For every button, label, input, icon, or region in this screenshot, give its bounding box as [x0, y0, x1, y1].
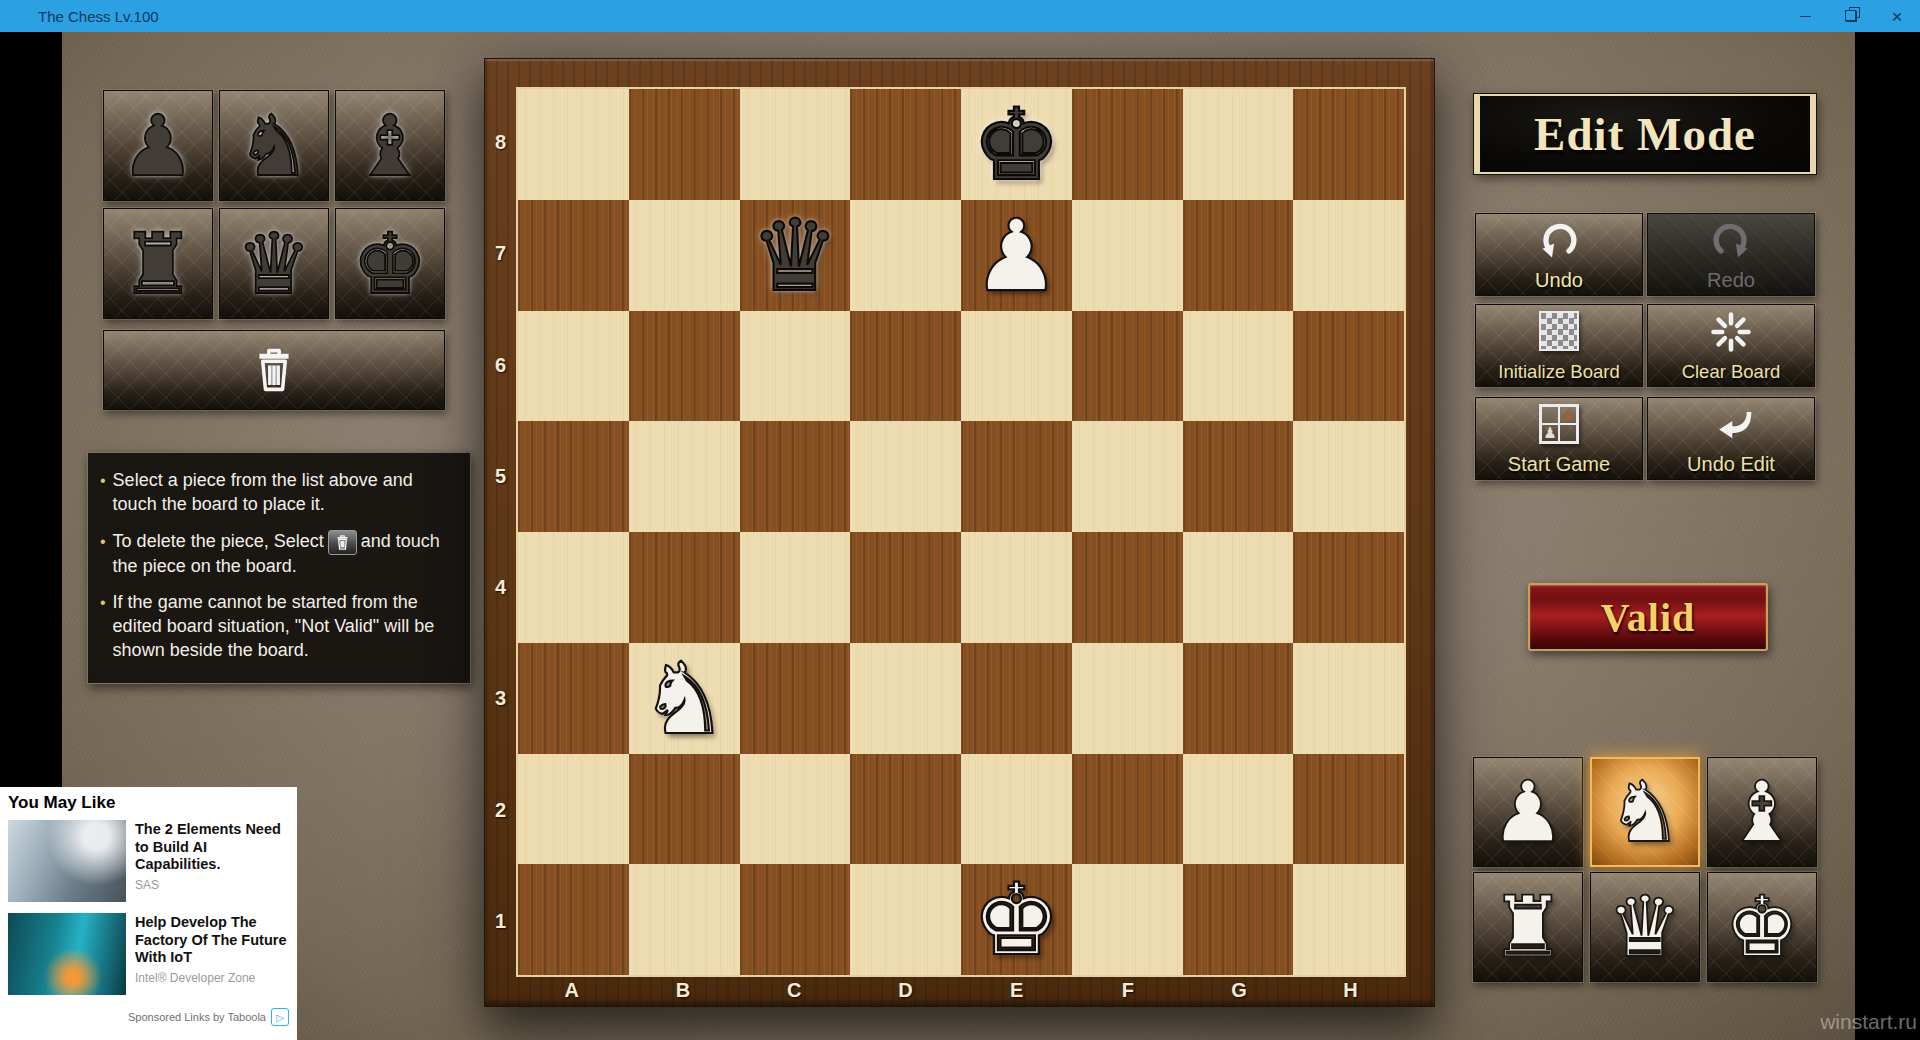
rank-label-6: 6 — [485, 310, 516, 421]
square-e2[interactable] — [961, 754, 1072, 865]
square-f8[interactable] — [1072, 89, 1183, 200]
square-g8[interactable] — [1183, 89, 1294, 200]
mode-title-plaque: Edit Mode — [1474, 94, 1816, 174]
black-knight-icon: ♞ — [236, 104, 311, 188]
square-b6[interactable] — [629, 311, 740, 422]
file-label-b: B — [627, 975, 738, 1006]
ad-title-2[interactable]: Help Develop The Factory Of The Future W… — [135, 914, 289, 967]
palette-black: ♟♞♝♜♛♚ — [103, 90, 445, 319]
ad-thumbnail-2[interactable] — [8, 913, 126, 995]
square-g3[interactable] — [1183, 643, 1294, 754]
ad-source-1: SAS — [135, 878, 289, 892]
instruction-line-3: • If the game cannot be started from the… — [100, 591, 456, 662]
window-title: The Chess Lv.100 — [38, 8, 159, 25]
square-c6[interactable] — [740, 311, 851, 422]
palette-white-rook[interactable]: ♜ — [1473, 872, 1583, 982]
undo-edit-button[interactable]: Undo Edit — [1647, 397, 1815, 480]
square-d8[interactable] — [850, 89, 961, 200]
square-d2[interactable] — [850, 754, 961, 865]
square-a8[interactable] — [518, 89, 629, 200]
square-e4[interactable] — [961, 532, 1072, 643]
palette-black-pawn[interactable]: ♟ — [103, 90, 213, 201]
black-king-icon: ♚ — [352, 222, 427, 306]
file-label-c: C — [739, 975, 850, 1006]
rank-label-8: 8 — [485, 87, 516, 198]
ad-item-1[interactable]: The 2 Elements Need to Build AI Capabili… — [8, 820, 289, 902]
square-g6[interactable] — [1183, 311, 1294, 422]
chess-board: ♚♛♟♞♚ 87654321 ABCDEFGH — [484, 58, 1435, 1007]
square-d6[interactable] — [850, 311, 961, 422]
square-f7[interactable] — [1072, 200, 1183, 311]
rank-label-1: 1 — [485, 866, 516, 977]
square-d3[interactable] — [850, 643, 961, 754]
black-rook-icon: ♜ — [120, 222, 195, 306]
ad-source-2: Intel® Developer Zone — [135, 971, 289, 985]
clear-board-icon — [1648, 311, 1814, 353]
square-a5[interactable] — [518, 421, 629, 532]
instructions-panel: • Select a piece from the list above and… — [87, 452, 471, 684]
square-g7[interactable] — [1183, 200, 1294, 311]
board-squares: ♚♛♟♞♚ — [516, 87, 1406, 977]
titlebar: The Chess Lv.100 × — [0, 0, 1920, 32]
square-a4[interactable] — [518, 532, 629, 643]
redo-icon — [1648, 220, 1814, 262]
undo-icon — [1476, 220, 1642, 262]
square-c7[interactable]: ♛ — [740, 200, 851, 311]
restore-button[interactable] — [1828, 0, 1874, 32]
validity-badge: Valid — [1528, 583, 1768, 651]
mode-title: Edit Mode — [1534, 107, 1756, 161]
trash-icon — [248, 345, 300, 395]
square-b7[interactable] — [629, 200, 740, 311]
palette-white: ♟♞♝♜♛♚ — [1473, 757, 1817, 982]
square-h8[interactable] — [1293, 89, 1404, 200]
square-e5[interactable] — [961, 421, 1072, 532]
square-h4[interactable] — [1293, 532, 1404, 643]
square-f1[interactable] — [1072, 864, 1183, 975]
palette-white-pawn[interactable]: ♟ — [1473, 757, 1583, 867]
rank-label-5: 5 — [485, 421, 516, 532]
piece-black-queen[interactable]: ♛ — [750, 206, 839, 305]
initialize-board-icon — [1476, 311, 1642, 351]
piece-white-knight[interactable]: ♞ — [640, 649, 729, 748]
white-bishop-icon: ♝ — [1724, 770, 1799, 854]
file-label-f: F — [1072, 975, 1183, 1006]
app-window: The Chess Lv.100 × ♟♞♝♜♛♚ • Select a pie… — [0, 0, 1920, 1040]
square-c2[interactable] — [740, 754, 851, 865]
square-a6[interactable] — [518, 311, 629, 422]
square-f6[interactable] — [1072, 311, 1183, 422]
square-e8[interactable]: ♚ — [961, 89, 1072, 200]
square-e3[interactable] — [961, 643, 1072, 754]
square-d5[interactable] — [850, 421, 961, 532]
minimize-button[interactable] — [1782, 0, 1828, 32]
square-e7[interactable]: ♟ — [961, 200, 1072, 311]
sponsored-links-label[interactable]: Sponsored Links by Taboola — [128, 1011, 266, 1023]
black-bishop-icon: ♝ — [352, 104, 427, 188]
ad-thumbnail-1[interactable] — [8, 820, 126, 902]
palette-black-king[interactable]: ♚ — [335, 208, 445, 319]
square-c4[interactable] — [740, 532, 851, 643]
rank-label-7: 7 — [485, 198, 516, 309]
square-a2[interactable] — [518, 754, 629, 865]
square-h6[interactable] — [1293, 311, 1404, 422]
square-b4[interactable] — [629, 532, 740, 643]
restore-icon — [1846, 11, 1857, 22]
file-label-d: D — [850, 975, 961, 1006]
instruction-text-3: If the game cannot be started from the e… — [113, 591, 456, 662]
taboola-icon[interactable]: ▷ — [271, 1008, 289, 1026]
square-f4[interactable] — [1072, 532, 1183, 643]
square-d7[interactable] — [850, 200, 961, 311]
instruction-line-1: • Select a piece from the list above and… — [100, 469, 456, 517]
square-g5[interactable] — [1183, 421, 1294, 532]
ad-item-2[interactable]: Help Develop The Factory Of The Future W… — [8, 913, 289, 995]
ad-header: You May Like — [8, 793, 289, 813]
bullet-icon: • — [100, 530, 106, 579]
ad-panel: You May Like The 2 Elements Need to Buil… — [0, 787, 297, 1040]
square-c8[interactable] — [740, 89, 851, 200]
palette-black-rook[interactable]: ♜ — [103, 208, 213, 319]
square-a3[interactable] — [518, 643, 629, 754]
piece-black-king[interactable]: ♚ — [972, 95, 1061, 194]
square-d1[interactable] — [850, 864, 961, 975]
square-f5[interactable] — [1072, 421, 1183, 532]
palette-black-queen[interactable]: ♛ — [219, 208, 329, 319]
window-controls: × — [1782, 0, 1920, 32]
black-queen-icon: ♛ — [236, 222, 311, 306]
palette-white-knight[interactable]: ♞ — [1590, 757, 1700, 867]
instruction-text-2: To delete the piece, Selectand touch the… — [113, 530, 456, 579]
square-g1[interactable] — [1183, 864, 1294, 975]
validity-text: Valid — [1601, 594, 1696, 641]
square-d4[interactable] — [850, 532, 961, 643]
square-e1[interactable]: ♚ — [961, 864, 1072, 975]
instruction-text-1: Select a piece from the list above and t… — [113, 469, 456, 517]
file-label-a: A — [516, 975, 627, 1006]
rank-label-2: 2 — [485, 755, 516, 866]
start-game-icon: ♟ ♟ — [1476, 404, 1642, 444]
square-g2[interactable] — [1183, 754, 1294, 865]
close-icon: × — [1891, 7, 1902, 26]
ad-title-1[interactable]: The 2 Elements Need to Build AI Capabili… — [135, 821, 289, 874]
square-h3[interactable] — [1293, 643, 1404, 754]
palette-black-knight[interactable]: ♞ — [219, 90, 329, 201]
palette-white-bishop[interactable]: ♝ — [1707, 757, 1817, 867]
file-label-e: E — [961, 975, 1072, 1006]
square-c1[interactable] — [740, 864, 851, 975]
black-pawn-icon: ♟ — [120, 104, 195, 188]
square-c3[interactable] — [740, 643, 851, 754]
square-b1[interactable] — [629, 864, 740, 975]
ad-footer[interactable]: Sponsored Links by Taboola ▷ — [128, 1008, 289, 1026]
file-label-h: H — [1295, 975, 1406, 1006]
white-knight-icon: ♞ — [1607, 770, 1682, 854]
square-b2[interactable] — [629, 754, 740, 865]
square-f2[interactable] — [1072, 754, 1183, 865]
square-a7[interactable] — [518, 200, 629, 311]
square-h2[interactable] — [1293, 754, 1404, 865]
palette-black-bishop[interactable]: ♝ — [335, 90, 445, 201]
initialize-board-button[interactable]: Initialize Board — [1475, 304, 1643, 387]
rank-label-3: 3 — [485, 643, 516, 754]
white-queen-icon: ♛ — [1607, 885, 1682, 969]
piece-white-pawn[interactable]: ♟ — [972, 206, 1061, 305]
square-a1[interactable] — [518, 864, 629, 975]
start-game-button[interactable]: ♟ ♟ Start Game — [1475, 397, 1643, 480]
rank-label-4: 4 — [485, 532, 516, 643]
square-f3[interactable] — [1072, 643, 1183, 754]
white-rook-icon: ♜ — [1490, 885, 1565, 969]
square-h5[interactable] — [1293, 421, 1404, 532]
bullet-icon: • — [100, 591, 106, 662]
instruction-line-2: • To delete the piece, Selectand touch t… — [100, 530, 456, 579]
bullet-icon: • — [100, 469, 106, 517]
square-c5[interactable] — [740, 421, 851, 532]
watermark: winstart.ru — [1820, 1010, 1917, 1034]
palette-white-queen[interactable]: ♛ — [1590, 872, 1700, 982]
square-h1[interactable] — [1293, 864, 1404, 975]
square-b5[interactable] — [629, 421, 740, 532]
redo-button[interactable]: Redo — [1647, 213, 1815, 296]
close-button[interactable]: × — [1874, 0, 1920, 32]
square-g4[interactable] — [1183, 532, 1294, 643]
square-h7[interactable] — [1293, 200, 1404, 311]
square-e6[interactable] — [961, 311, 1072, 422]
undo-button[interactable]: Undo — [1475, 213, 1643, 296]
square-b8[interactable] — [629, 89, 740, 200]
white-king-icon: ♚ — [1724, 885, 1799, 969]
palette-white-king[interactable]: ♚ — [1707, 872, 1817, 982]
square-b3[interactable]: ♞ — [629, 643, 740, 754]
white-pawn-icon: ♟ — [1490, 770, 1565, 854]
clear-board-button[interactable]: Clear Board — [1647, 304, 1815, 387]
trash-icon-inline — [328, 530, 357, 555]
file-label-g: G — [1184, 975, 1295, 1006]
piece-white-king[interactable]: ♚ — [972, 870, 1061, 969]
minimize-icon — [1800, 16, 1811, 17]
delete-tool-button[interactable] — [103, 330, 445, 410]
undo-edit-icon — [1648, 404, 1814, 446]
